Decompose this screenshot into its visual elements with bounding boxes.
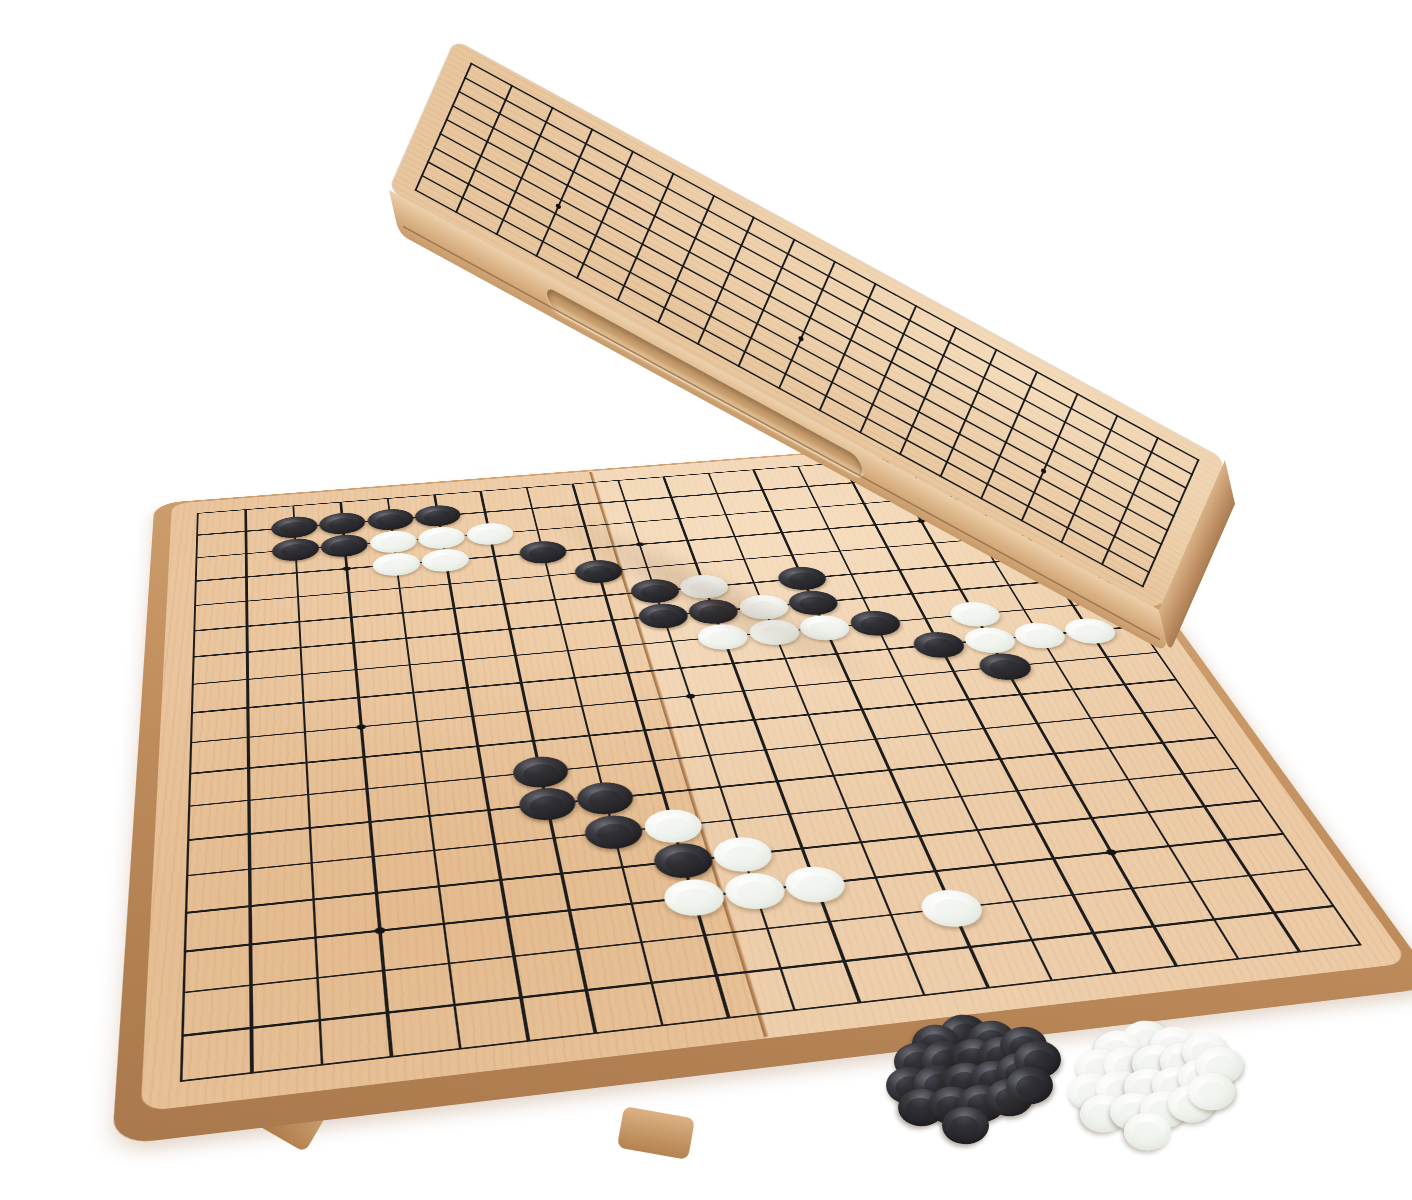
grid-line-vertical [245, 509, 254, 1074]
white-stone: ● [369, 529, 418, 554]
white-stone-glyph: ● [427, 548, 464, 573]
black-stone-glyph: ● [524, 787, 570, 823]
black-stone: ● [319, 511, 367, 535]
white-stone-pile: ●●●●●●●●●●●●●●●●●●●● [1062, 1008, 1262, 1173]
white-stone: ● [420, 548, 471, 574]
star-point [685, 693, 695, 699]
black-stone-glyph: ● [327, 534, 362, 558]
white-stone: ● [371, 552, 421, 578]
white-stone-glyph: ● [648, 808, 697, 845]
box-grid-lines [455, 40, 1225, 460]
white-stone-glyph: ● [378, 552, 414, 577]
black-stone-glyph: ● [420, 504, 455, 527]
board-foot-right [617, 1106, 695, 1160]
black-stone-glyph: ● [279, 538, 313, 562]
black-stone: ● [516, 786, 578, 823]
black-stone: ● [510, 754, 571, 790]
black-stone: ● [272, 537, 320, 562]
star-point [342, 566, 351, 571]
white-stone-glyph: ● [376, 530, 412, 554]
white-stone-glyph: ● [717, 836, 768, 874]
black-stone-pile: ●●●●●●●●●●●●●●●●●●●● [880, 1002, 1080, 1167]
black-stone-glyph: ● [278, 516, 312, 539]
black-stone: ● [366, 508, 414, 532]
black-stone: ● [320, 533, 369, 558]
black-stone: ● [582, 813, 647, 852]
black-stone-glyph: ● [658, 842, 708, 880]
box-star-points [455, 40, 1225, 460]
black-stone-glyph: ● [518, 755, 563, 789]
black-stone-glyph: ● [590, 814, 638, 851]
grid-line-vertical [180, 513, 199, 1083]
box-grid-line-short [415, 62, 473, 191]
black-stone-glyph: ● [373, 508, 408, 531]
white-stone: ● [417, 525, 467, 550]
product-photo-stage: ●●●●●●●●●●●●●●●●●●●●●●●●●●●●●●●●●●●●●●●●… [0, 0, 1412, 1200]
black-stone-glyph: ● [582, 781, 629, 816]
star-point [374, 927, 385, 935]
white-stone-glyph: ● [668, 877, 720, 917]
black-stone: ● [574, 780, 637, 817]
star-point [356, 724, 366, 730]
white-stone-glyph: ● [424, 526, 460, 550]
black-stone: ● [271, 515, 318, 540]
black-stone-glyph: ● [781, 566, 824, 592]
black-stone-glyph: ● [326, 512, 360, 535]
white-stone-glyph: ● [729, 871, 782, 911]
grid-line-vertical [292, 505, 323, 1066]
